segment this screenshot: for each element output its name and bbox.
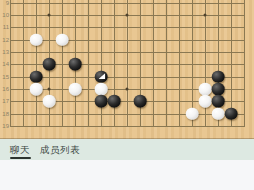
grid-line bbox=[10, 0, 11, 127]
grid-line bbox=[10, 52, 245, 53]
stone-white bbox=[30, 83, 43, 96]
star-point bbox=[204, 14, 207, 17]
stone-black bbox=[225, 107, 238, 120]
stone-white bbox=[95, 83, 108, 96]
star-point bbox=[48, 88, 51, 91]
stone-black bbox=[95, 95, 108, 108]
stone-black bbox=[69, 58, 82, 71]
grid-line bbox=[10, 40, 245, 41]
row-coordinate-label: 19 bbox=[0, 123, 9, 129]
row-coordinate-label: 13 bbox=[0, 49, 9, 55]
stone-black bbox=[95, 70, 108, 83]
star-point bbox=[126, 88, 129, 91]
stone-black bbox=[212, 95, 225, 108]
grid-line bbox=[23, 0, 24, 127]
row-coordinate-label: 18 bbox=[0, 111, 9, 117]
row-coordinate-label: 9 bbox=[0, 0, 9, 6]
grid-line bbox=[10, 77, 245, 78]
star-point bbox=[126, 14, 129, 17]
grid-line bbox=[244, 0, 245, 127]
row-coordinate-label: 11 bbox=[0, 24, 9, 30]
last-move-marker bbox=[98, 73, 105, 80]
grid-line bbox=[88, 0, 89, 127]
stone-white bbox=[212, 107, 225, 120]
grid-line bbox=[10, 114, 245, 115]
stone-white bbox=[199, 95, 212, 108]
stone-white bbox=[56, 33, 69, 46]
row-coordinate-label: 10 bbox=[0, 12, 9, 18]
stone-black bbox=[108, 95, 121, 108]
stone-white bbox=[69, 83, 82, 96]
tab-bar: 聊天 成员列表 bbox=[0, 139, 254, 160]
row-coordinate-label: 16 bbox=[0, 86, 9, 92]
grid-line bbox=[179, 0, 180, 127]
grid-line bbox=[10, 3, 245, 4]
grid-line bbox=[127, 0, 128, 127]
grid-line bbox=[166, 0, 167, 127]
row-coordinate-label: 17 bbox=[0, 98, 9, 104]
stone-white bbox=[43, 95, 56, 108]
grid-line bbox=[62, 0, 63, 127]
chat-panel bbox=[0, 160, 254, 190]
star-point bbox=[48, 14, 51, 17]
row-coordinate-label: 12 bbox=[0, 37, 9, 43]
grid-line bbox=[36, 0, 37, 127]
tab-members[interactable]: 成员列表 bbox=[40, 143, 80, 156]
stone-white bbox=[30, 33, 43, 46]
tab-chat[interactable]: 聊天 bbox=[10, 143, 30, 156]
stone-white bbox=[186, 107, 199, 120]
active-tab-indicator bbox=[10, 157, 31, 159]
grid-line bbox=[10, 27, 245, 28]
stone-black bbox=[212, 70, 225, 83]
stone-black bbox=[134, 95, 147, 108]
grid-line bbox=[10, 126, 245, 127]
go-board[interactable]: 910111213141516171819 bbox=[0, 0, 254, 139]
stone-black bbox=[30, 70, 43, 83]
stone-black bbox=[43, 58, 56, 71]
row-coordinate-label: 14 bbox=[0, 61, 9, 67]
grid-line bbox=[153, 0, 154, 127]
row-coordinate-label: 15 bbox=[0, 74, 9, 80]
stone-white bbox=[199, 83, 212, 96]
stone-black bbox=[212, 83, 225, 96]
